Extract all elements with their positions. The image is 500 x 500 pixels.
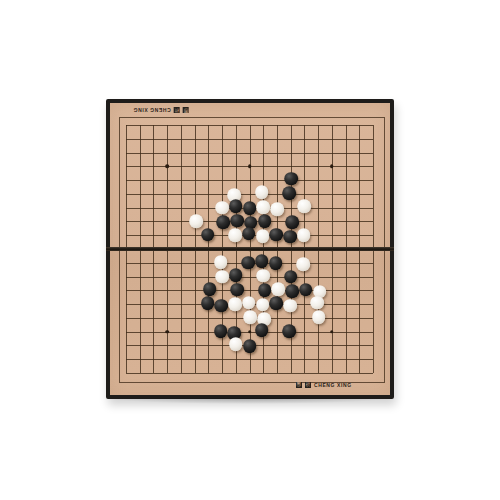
black-stone[interactable] (217, 215, 231, 229)
black-stone[interactable] (214, 324, 228, 338)
black-stone[interactable] (201, 228, 215, 242)
black-stone[interactable] (201, 297, 215, 311)
black-stone[interactable] (255, 323, 269, 337)
brand-label-top: 围 棋 CHENG XING (133, 107, 189, 113)
brand-text-top: CHENG XING (133, 107, 171, 113)
grid-line-horizontal (126, 359, 373, 360)
white-stone[interactable] (228, 297, 242, 311)
brand-logo-wei-icon: 围 (183, 107, 189, 113)
star-point (165, 165, 169, 169)
star-point (165, 330, 169, 334)
brand-logo-qi-icon: 棋 (174, 107, 180, 113)
grid-line-horizontal (126, 277, 373, 278)
black-stone[interactable] (215, 299, 229, 313)
black-stone[interactable] (242, 227, 256, 241)
white-stone[interactable] (242, 296, 256, 310)
white-stone[interactable] (272, 282, 286, 296)
star-point (248, 165, 252, 169)
white-stone[interactable] (311, 296, 325, 310)
black-stone[interactable] (269, 228, 283, 242)
black-stone[interactable] (203, 282, 217, 296)
white-stone[interactable] (255, 186, 269, 200)
black-stone[interactable] (229, 268, 243, 282)
white-stone[interactable] (270, 202, 284, 216)
star-point (330, 330, 334, 334)
black-stone[interactable] (299, 283, 313, 297)
white-stone[interactable] (256, 269, 270, 283)
brand-logo-wei-icon: 围 (296, 382, 302, 388)
board-shadow (104, 398, 392, 404)
white-stone[interactable] (283, 299, 297, 313)
black-stone[interactable] (229, 199, 243, 213)
black-stone[interactable] (258, 284, 272, 298)
black-stone[interactable] (243, 202, 257, 216)
brand-label-bottom: 围 棋 CHENG XING (296, 382, 352, 388)
black-stone[interactable] (230, 214, 244, 228)
white-stone[interactable] (189, 215, 203, 229)
star-point (330, 165, 334, 169)
grid-line-horizontal (126, 290, 373, 291)
go-board: 围 棋 CHENG XING 围 棋 CHENG XING (106, 99, 394, 399)
black-stone[interactable] (269, 297, 283, 311)
white-stone[interactable] (256, 298, 270, 312)
black-stone[interactable] (243, 339, 257, 353)
black-stone[interactable] (284, 270, 298, 284)
black-stone[interactable] (241, 256, 255, 270)
black-stone[interactable] (283, 230, 297, 244)
white-stone[interactable] (296, 257, 310, 271)
brand-text-bottom: CHENG XING (314, 382, 352, 388)
board-fold-seam (106, 247, 394, 251)
white-stone[interactable] (215, 270, 229, 284)
white-stone[interactable] (312, 310, 326, 324)
grid-line-horizontal (126, 373, 373, 374)
black-stone[interactable] (269, 257, 283, 271)
black-stone[interactable] (285, 172, 299, 186)
black-stone[interactable] (282, 186, 296, 200)
white-stone[interactable] (243, 310, 257, 324)
black-stone[interactable] (285, 215, 299, 229)
black-stone[interactable] (285, 284, 299, 298)
white-stone[interactable] (256, 229, 270, 243)
black-stone[interactable] (255, 255, 269, 269)
white-stone[interactable] (214, 255, 228, 269)
black-stone[interactable] (282, 324, 296, 338)
black-stone[interactable] (258, 215, 272, 229)
white-stone[interactable] (215, 201, 229, 215)
white-stone[interactable] (297, 228, 311, 242)
brand-logo-qi-icon: 棋 (305, 382, 311, 388)
white-stone[interactable] (228, 228, 242, 242)
star-point (248, 330, 252, 334)
white-stone[interactable] (229, 337, 243, 351)
white-stone[interactable] (256, 200, 270, 214)
black-stone[interactable] (230, 283, 244, 297)
white-stone[interactable] (298, 199, 312, 213)
